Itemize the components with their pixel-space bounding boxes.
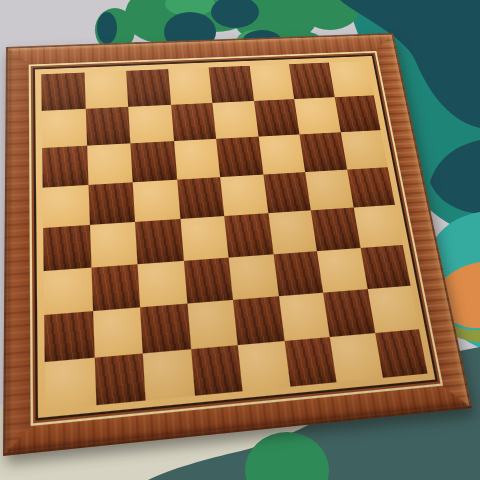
square-r6c0	[44, 311, 94, 361]
square-r0c5	[249, 64, 294, 100]
square-r4c6	[311, 208, 360, 251]
square-r2c2	[130, 141, 176, 182]
square-r1c7	[334, 95, 380, 132]
square-r6c7	[367, 286, 419, 333]
square-r7c4	[238, 340, 290, 391]
square-r2c1	[87, 143, 133, 184]
square-r0c3	[168, 67, 213, 104]
square-r7c2	[143, 349, 195, 401]
square-r6c2	[140, 304, 191, 353]
square-r5c5	[273, 251, 323, 297]
frame-left-rail	[3, 46, 32, 456]
square-r3c0	[43, 184, 90, 227]
square-r2c0	[42, 146, 88, 188]
square-r1c5	[254, 99, 300, 137]
square-r5c1	[91, 264, 140, 311]
square-r6c1	[92, 307, 142, 357]
square-r2c3	[174, 139, 221, 179]
square-r3c4	[220, 174, 268, 216]
square-r5c2	[137, 260, 186, 307]
square-r0c1	[84, 71, 128, 109]
square-r5c0	[44, 267, 93, 315]
square-r4c4	[224, 213, 273, 257]
square-r7c5	[284, 336, 336, 386]
square-r3c3	[177, 177, 225, 219]
square-r7c6	[330, 333, 383, 383]
square-r3c6	[305, 169, 353, 210]
square-r2c5	[258, 134, 305, 174]
square-r3c2	[133, 179, 180, 222]
square-r4c0	[43, 225, 91, 271]
square-r1c0	[42, 108, 87, 148]
square-r3c1	[88, 182, 135, 225]
square-r1c2	[128, 104, 173, 143]
photo-scene	[0, 0, 480, 480]
square-r5c3	[183, 257, 233, 303]
square-r0c2	[126, 69, 170, 106]
square-r0c0	[41, 73, 85, 111]
square-r6c4	[233, 296, 284, 344]
square-r2c7	[340, 130, 387, 169]
square-r5c6	[317, 248, 367, 293]
square-r7c0	[45, 357, 96, 410]
square-r7c1	[94, 353, 145, 405]
square-r6c5	[278, 293, 329, 341]
square-r0c4	[209, 66, 254, 103]
square-r1c4	[212, 101, 258, 139]
square-r4c2	[135, 219, 183, 264]
square-r4c5	[268, 210, 317, 254]
square-r0c7	[328, 61, 373, 97]
square-r0c6	[289, 63, 334, 99]
chessboard	[3, 33, 472, 456]
square-r6c3	[187, 300, 238, 349]
square-r3c5	[263, 172, 311, 214]
square-r2c4	[216, 137, 263, 177]
board-grid	[41, 61, 427, 410]
square-r1c6	[294, 97, 340, 135]
square-r2c6	[299, 132, 346, 171]
square-r5c4	[229, 254, 279, 300]
square-r3c7	[347, 167, 395, 208]
square-r4c1	[89, 222, 137, 267]
square-r1c3	[171, 102, 217, 141]
chessboard-wrapper	[0, 0, 480, 480]
square-r4c3	[180, 216, 229, 260]
square-r6c6	[323, 289, 374, 336]
square-r1c1	[85, 106, 130, 145]
square-r5c7	[360, 244, 411, 289]
square-r7c3	[191, 345, 243, 396]
square-r7c7	[375, 329, 428, 378]
square-r4c7	[353, 205, 402, 248]
